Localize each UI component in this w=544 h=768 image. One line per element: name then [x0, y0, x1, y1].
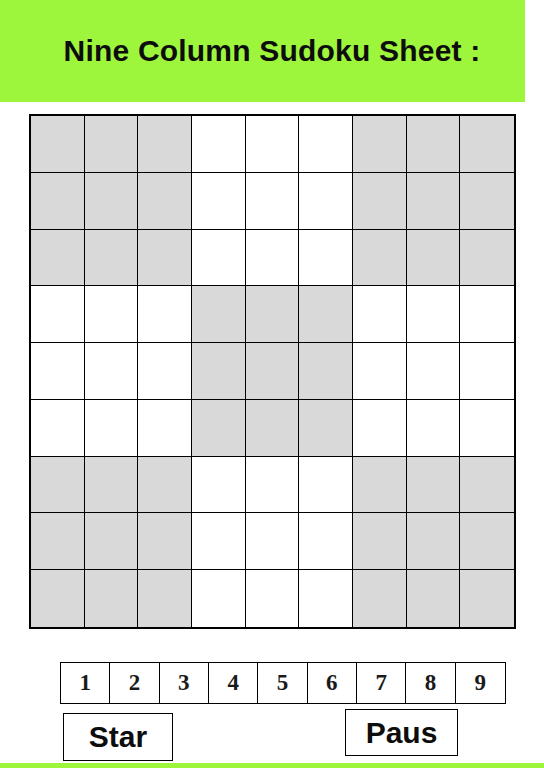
sudoku-cell-r9c4[interactable] — [192, 570, 246, 627]
sudoku-cell-r2c1[interactable] — [31, 173, 85, 230]
sudoku-cell-r7c5[interactable] — [246, 457, 300, 514]
sudoku-cell-r7c6[interactable] — [299, 457, 353, 514]
sudoku-cell-r9c2[interactable] — [85, 570, 139, 627]
sudoku-cell-r5c1[interactable] — [31, 343, 85, 400]
number-strip: 123456789 — [60, 662, 506, 704]
sudoku-cell-r5c3[interactable] — [138, 343, 192, 400]
sudoku-cell-r6c9[interactable] — [460, 400, 514, 457]
sudoku-cell-r1c6[interactable] — [299, 116, 353, 173]
sudoku-cell-r5c6[interactable] — [299, 343, 353, 400]
sudoku-cell-r5c9[interactable] — [460, 343, 514, 400]
sudoku-cell-r3c6[interactable] — [299, 230, 353, 287]
sudoku-cell-r5c7[interactable] — [353, 343, 407, 400]
sudoku-cell-r4c4[interactable] — [192, 286, 246, 343]
sudoku-cell-r7c2[interactable] — [85, 457, 139, 514]
footer-accent-strip — [0, 763, 544, 768]
sudoku-board — [29, 114, 516, 629]
sudoku-cell-r4c8[interactable] — [407, 286, 461, 343]
sudoku-cell-r3c4[interactable] — [192, 230, 246, 287]
sudoku-cell-r6c7[interactable] — [353, 400, 407, 457]
number-cell-2[interactable]: 2 — [110, 663, 159, 703]
sudoku-cell-r3c5[interactable] — [246, 230, 300, 287]
sudoku-sheet-page: Nine Column Sudoku Sheet : 123456789 Sta… — [0, 0, 544, 768]
sudoku-cell-r3c9[interactable] — [460, 230, 514, 287]
sudoku-cell-r4c6[interactable] — [299, 286, 353, 343]
sudoku-cell-r8c2[interactable] — [85, 513, 139, 570]
sudoku-cell-r6c5[interactable] — [246, 400, 300, 457]
sudoku-cell-r8c7[interactable] — [353, 513, 407, 570]
sudoku-cell-r3c2[interactable] — [85, 230, 139, 287]
sudoku-cell-r7c4[interactable] — [192, 457, 246, 514]
number-cell-7[interactable]: 7 — [357, 663, 406, 703]
sudoku-cell-r5c4[interactable] — [192, 343, 246, 400]
sudoku-cell-r3c1[interactable] — [31, 230, 85, 287]
sudoku-cell-r1c3[interactable] — [138, 116, 192, 173]
sudoku-cell-r7c3[interactable] — [138, 457, 192, 514]
page-title: Nine Column Sudoku Sheet : — [0, 0, 544, 102]
pause-button[interactable]: Paus — [345, 709, 458, 756]
sudoku-cell-r2c2[interactable] — [85, 173, 139, 230]
sudoku-cell-r1c5[interactable] — [246, 116, 300, 173]
sudoku-cell-r1c7[interactable] — [353, 116, 407, 173]
sudoku-cell-r4c2[interactable] — [85, 286, 139, 343]
sudoku-cell-r5c2[interactable] — [85, 343, 139, 400]
sudoku-cell-r8c8[interactable] — [407, 513, 461, 570]
sudoku-cell-r1c8[interactable] — [407, 116, 461, 173]
sudoku-cell-r2c9[interactable] — [460, 173, 514, 230]
sudoku-cell-r3c8[interactable] — [407, 230, 461, 287]
sudoku-cell-r8c6[interactable] — [299, 513, 353, 570]
sudoku-cell-r1c9[interactable] — [460, 116, 514, 173]
sudoku-cell-r1c4[interactable] — [192, 116, 246, 173]
sudoku-cell-r4c3[interactable] — [138, 286, 192, 343]
sudoku-cell-r7c9[interactable] — [460, 457, 514, 514]
sudoku-cell-r9c3[interactable] — [138, 570, 192, 627]
sudoku-cell-r9c7[interactable] — [353, 570, 407, 627]
sudoku-cell-r3c7[interactable] — [353, 230, 407, 287]
sudoku-cell-r8c5[interactable] — [246, 513, 300, 570]
sudoku-cell-r6c8[interactable] — [407, 400, 461, 457]
sudoku-cell-r8c9[interactable] — [460, 513, 514, 570]
sudoku-cell-r2c4[interactable] — [192, 173, 246, 230]
sudoku-cell-r8c4[interactable] — [192, 513, 246, 570]
sudoku-cell-r9c1[interactable] — [31, 570, 85, 627]
sudoku-cell-r8c3[interactable] — [138, 513, 192, 570]
sudoku-cell-r4c1[interactable] — [31, 286, 85, 343]
sudoku-cell-r1c1[interactable] — [31, 116, 85, 173]
sudoku-cell-r6c3[interactable] — [138, 400, 192, 457]
number-cell-3[interactable]: 3 — [160, 663, 209, 703]
number-cell-6[interactable]: 6 — [308, 663, 357, 703]
number-cell-4[interactable]: 4 — [209, 663, 258, 703]
sudoku-cell-r9c5[interactable] — [246, 570, 300, 627]
sudoku-cell-r4c7[interactable] — [353, 286, 407, 343]
number-cell-8[interactable]: 8 — [406, 663, 455, 703]
sudoku-cell-r6c4[interactable] — [192, 400, 246, 457]
sudoku-cell-r5c8[interactable] — [407, 343, 461, 400]
number-cell-1[interactable]: 1 — [61, 663, 110, 703]
number-cell-5[interactable]: 5 — [258, 663, 307, 703]
sudoku-cell-r5c5[interactable] — [246, 343, 300, 400]
sudoku-cell-r3c3[interactable] — [138, 230, 192, 287]
sudoku-cell-r6c2[interactable] — [85, 400, 139, 457]
sudoku-cell-r9c8[interactable] — [407, 570, 461, 627]
sudoku-cell-r2c5[interactable] — [246, 173, 300, 230]
sudoku-cell-r2c8[interactable] — [407, 173, 461, 230]
start-button[interactable]: Star — [63, 713, 173, 761]
sudoku-cell-r2c3[interactable] — [138, 173, 192, 230]
sudoku-cell-r4c5[interactable] — [246, 286, 300, 343]
sudoku-cell-r7c7[interactable] — [353, 457, 407, 514]
page-header: Nine Column Sudoku Sheet : — [0, 0, 544, 102]
sudoku-cell-r8c1[interactable] — [31, 513, 85, 570]
sudoku-cell-r6c6[interactable] — [299, 400, 353, 457]
sudoku-cell-r1c2[interactable] — [85, 116, 139, 173]
sudoku-cell-r2c7[interactable] — [353, 173, 407, 230]
sudoku-cell-r6c1[interactable] — [31, 400, 85, 457]
sudoku-cell-r2c6[interactable] — [299, 173, 353, 230]
sudoku-cell-r9c9[interactable] — [460, 570, 514, 627]
sudoku-cell-r4c9[interactable] — [460, 286, 514, 343]
sudoku-cell-r7c8[interactable] — [407, 457, 461, 514]
sudoku-cell-r9c6[interactable] — [299, 570, 353, 627]
number-cell-9[interactable]: 9 — [456, 663, 505, 703]
sudoku-cell-r7c1[interactable] — [31, 457, 85, 514]
